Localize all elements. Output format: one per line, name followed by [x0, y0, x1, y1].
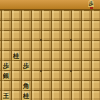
shogi-piece-銀[interactable]: 銀 — [2, 72, 10, 80]
star-point — [70, 39, 72, 41]
star-point — [70, 70, 72, 72]
captured-piece-count-mark — [90, 7, 93, 9]
captured-pieces-bar: 歩 — [0, 0, 100, 10]
captured-piece-tile[interactable]: 歩 — [88, 0, 94, 7]
shogi-piece-桂[interactable]: 桂 — [12, 52, 20, 60]
star-point — [40, 70, 42, 72]
shogi-piece-角[interactable]: 角 — [22, 82, 30, 90]
shogi-piece-桂[interactable]: 桂 — [22, 92, 30, 100]
shogi-app-screen: 歩 桂歩歩銀角王桂 — [0, 0, 100, 100]
shogi-piece-王[interactable]: 王 — [2, 92, 10, 100]
shogi-board[interactable]: 桂歩歩銀角王桂 — [0, 10, 100, 100]
shogi-piece-歩[interactable]: 歩 — [22, 62, 30, 70]
star-point — [40, 39, 42, 41]
shogi-piece-歩[interactable]: 歩 — [2, 62, 10, 70]
